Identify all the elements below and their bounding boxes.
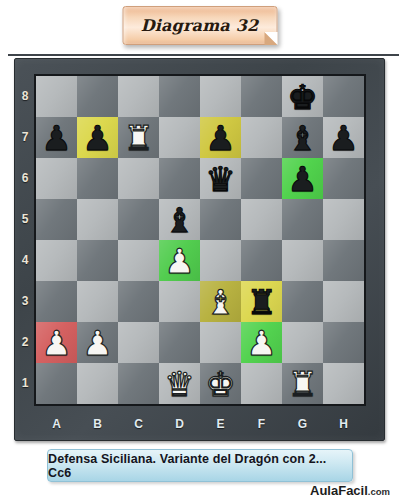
square-h3 xyxy=(323,281,364,322)
divider-line xyxy=(8,54,399,56)
rank-label-1: 1 xyxy=(16,363,34,404)
square-g3 xyxy=(282,281,323,322)
black-king-g8: ♚ xyxy=(282,76,323,117)
square-a7: ♟ xyxy=(36,117,77,158)
rank-label-5: 5 xyxy=(16,199,34,240)
square-f3: ♜ xyxy=(241,281,282,322)
black-pawn-e7: ♟ xyxy=(200,117,241,158)
white-rook-c7: ♜ xyxy=(118,117,159,158)
site-tld: .com xyxy=(368,486,390,497)
black-pawn-h7: ♟ xyxy=(323,117,364,158)
black-pawn-g6: ♟ xyxy=(282,158,323,199)
site-name: AulaFacil xyxy=(310,483,368,498)
square-f5 xyxy=(241,199,282,240)
caption-box: Defensa Siciliana. Variante del Dragón c… xyxy=(47,449,353,482)
square-g4 xyxy=(282,240,323,281)
square-f1 xyxy=(241,363,282,404)
diagram-title: Diagrama 32 xyxy=(123,7,276,44)
square-g2 xyxy=(282,322,323,363)
white-pawn-a2: ♟ xyxy=(36,322,77,363)
square-b6 xyxy=(77,158,118,199)
white-pawn-d4: ♟ xyxy=(159,240,200,281)
square-d5: ♝ xyxy=(159,199,200,240)
square-d1: ♛ xyxy=(159,363,200,404)
square-g5 xyxy=(282,199,323,240)
chess-board-frame: ♚♟♟♜♟♝♟♛♟♝♟♝♜♟♟♟♛♚♜ 87654321 ABCDEFGH xyxy=(14,58,385,441)
square-e7: ♟ xyxy=(200,117,241,158)
white-pawn-f2: ♟ xyxy=(241,322,282,363)
square-c1 xyxy=(118,363,159,404)
file-label-a: A xyxy=(36,415,77,433)
white-rook-g1: ♜ xyxy=(282,363,323,404)
caption-text: Defensa Siciliana. Variante del Dragón c… xyxy=(48,452,352,480)
square-g8: ♚ xyxy=(282,76,323,117)
square-d2 xyxy=(159,322,200,363)
square-c6 xyxy=(118,158,159,199)
file-label-h: H xyxy=(323,415,364,433)
square-e3: ♝ xyxy=(200,281,241,322)
square-b4 xyxy=(77,240,118,281)
square-f2: ♟ xyxy=(241,322,282,363)
square-d3 xyxy=(159,281,200,322)
white-pawn-b2: ♟ xyxy=(77,322,118,363)
square-b3 xyxy=(77,281,118,322)
square-f8 xyxy=(241,76,282,117)
square-b8 xyxy=(77,76,118,117)
square-g7: ♝ xyxy=(282,117,323,158)
square-d7 xyxy=(159,117,200,158)
rank-label-8: 8 xyxy=(16,76,34,117)
square-a6 xyxy=(36,158,77,199)
file-label-c: C xyxy=(118,415,159,433)
square-e4 xyxy=(200,240,241,281)
rank-label-3: 3 xyxy=(16,281,34,322)
file-label-e: E xyxy=(200,415,241,433)
square-e8 xyxy=(200,76,241,117)
square-d4: ♟ xyxy=(159,240,200,281)
square-e6: ♛ xyxy=(200,158,241,199)
white-bishop-e3: ♝ xyxy=(200,281,241,322)
square-c2 xyxy=(118,322,159,363)
black-pawn-a7: ♟ xyxy=(36,117,77,158)
file-label-d: D xyxy=(159,415,200,433)
square-b2: ♟ xyxy=(77,322,118,363)
square-c8 xyxy=(118,76,159,117)
square-d6 xyxy=(159,158,200,199)
square-a4 xyxy=(36,240,77,281)
rank-label-6: 6 xyxy=(16,158,34,199)
square-h2 xyxy=(323,322,364,363)
black-bishop-g7: ♝ xyxy=(282,117,323,158)
file-label-f: F xyxy=(241,415,282,433)
square-a2: ♟ xyxy=(36,322,77,363)
square-f4 xyxy=(241,240,282,281)
black-bishop-d5: ♝ xyxy=(159,199,200,240)
square-h1 xyxy=(323,363,364,404)
file-label-g: G xyxy=(282,415,323,433)
white-queen-d1: ♛ xyxy=(159,363,200,404)
square-e2 xyxy=(200,322,241,363)
square-b1 xyxy=(77,363,118,404)
square-a1 xyxy=(36,363,77,404)
square-h4 xyxy=(323,240,364,281)
rank-label-2: 2 xyxy=(16,322,34,363)
square-a5 xyxy=(36,199,77,240)
square-c4 xyxy=(118,240,159,281)
square-h7: ♟ xyxy=(323,117,364,158)
square-c5 xyxy=(118,199,159,240)
square-e5 xyxy=(200,199,241,240)
square-b5 xyxy=(77,199,118,240)
chess-board: ♚♟♟♜♟♝♟♛♟♝♟♝♜♟♟♟♛♚♜ xyxy=(34,74,366,406)
site-watermark: AulaFacil.com xyxy=(310,484,390,499)
square-f7 xyxy=(241,117,282,158)
square-c7: ♜ xyxy=(118,117,159,158)
square-h5 xyxy=(323,199,364,240)
square-g1: ♜ xyxy=(282,363,323,404)
black-queen-e6: ♛ xyxy=(200,158,241,199)
square-f6 xyxy=(241,158,282,199)
rank-label-7: 7 xyxy=(16,117,34,158)
square-e1: ♚ xyxy=(200,363,241,404)
square-a3 xyxy=(36,281,77,322)
square-g6: ♟ xyxy=(282,158,323,199)
square-h6 xyxy=(323,158,364,199)
square-c3 xyxy=(118,281,159,322)
black-rook-f3: ♜ xyxy=(241,281,282,322)
black-pawn-b7: ♟ xyxy=(77,117,118,158)
square-h8 xyxy=(323,76,364,117)
white-king-e1: ♚ xyxy=(200,363,241,404)
square-d8 xyxy=(159,76,200,117)
square-a8 xyxy=(36,76,77,117)
page: Diagrama 32 ♚♟♟♜♟♝♟♛♟♝♟♝♜♟♟♟♛♚♜ 87654321… xyxy=(0,0,399,502)
square-b7: ♟ xyxy=(77,117,118,158)
file-label-b: B xyxy=(77,415,118,433)
rank-label-4: 4 xyxy=(16,240,34,281)
diagram-title-banner: Diagrama 32 xyxy=(122,6,277,45)
